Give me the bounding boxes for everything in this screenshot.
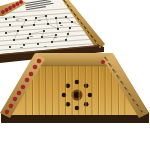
photo-canvas [0, 0, 150, 150]
lap-harp-photo [0, 0, 150, 150]
top-rail [33, 53, 115, 66]
bottom-harp [0, 53, 149, 123]
